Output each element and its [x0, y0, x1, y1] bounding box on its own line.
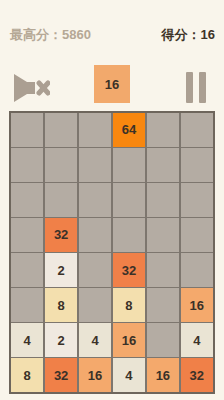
empty-cell [147, 113, 179, 147]
empty-cell [113, 148, 145, 182]
tile-2: 2 [45, 253, 77, 287]
empty-cell [147, 218, 179, 252]
high-score: 最高分：5860 [10, 26, 91, 44]
empty-cell [45, 148, 77, 182]
pause-icon [186, 72, 193, 103]
empty-cell [45, 113, 77, 147]
tile-16: 16 [181, 288, 213, 322]
empty-cell [79, 183, 111, 217]
tile-4: 4 [11, 323, 43, 357]
empty-cell [181, 113, 213, 147]
tile-16: 16 [113, 323, 145, 357]
empty-cell [79, 218, 111, 252]
tile-32: 32 [45, 358, 77, 392]
tile-4: 4 [79, 323, 111, 357]
high-score-label: 最高分： [10, 27, 62, 42]
empty-cell [147, 148, 179, 182]
empty-cell [45, 183, 77, 217]
empty-cell [11, 218, 43, 252]
tile-64: 64 [113, 113, 145, 147]
empty-cell [147, 323, 179, 357]
tile-4: 4 [181, 323, 213, 357]
tile-4: 4 [113, 358, 145, 392]
empty-cell [11, 148, 43, 182]
next-tile-value: 16 [105, 77, 119, 92]
tile-8: 8 [113, 288, 145, 322]
score-label: 得分： [162, 27, 201, 42]
empty-cell [11, 288, 43, 322]
tile-8: 8 [11, 358, 43, 392]
tile-32: 32 [181, 358, 213, 392]
score-value: 16 [201, 27, 215, 42]
pause-button[interactable] [186, 72, 206, 103]
speaker-muted-icon [14, 73, 50, 103]
mute-button[interactable] [14, 73, 50, 103]
board-grid: 643223288164241648321641632 [11, 113, 213, 392]
empty-cell [147, 288, 179, 322]
empty-cell [79, 113, 111, 147]
tile-32: 32 [45, 218, 77, 252]
game-board[interactable]: 643223288164241648321641632 [9, 111, 215, 394]
empty-cell [181, 183, 213, 217]
empty-cell [113, 218, 145, 252]
game-screen: 最高分：5860 得分：16 16 64322328816424164 [0, 0, 224, 400]
score-header: 最高分：5860 得分：16 [10, 26, 215, 44]
empty-cell [79, 148, 111, 182]
toolbar: 16 [0, 60, 224, 108]
empty-cell [113, 183, 145, 217]
high-score-value: 5860 [62, 27, 91, 42]
empty-cell [11, 253, 43, 287]
empty-cell [181, 148, 213, 182]
empty-cell [181, 218, 213, 252]
tile-16: 16 [79, 358, 111, 392]
next-tile-preview: 16 [94, 65, 130, 103]
empty-cell [79, 253, 111, 287]
tile-8: 8 [45, 288, 77, 322]
empty-cell [11, 183, 43, 217]
empty-cell [11, 113, 43, 147]
empty-cell [181, 253, 213, 287]
pause-icon [199, 72, 206, 103]
tile-32: 32 [113, 253, 145, 287]
empty-cell [147, 183, 179, 217]
empty-cell [79, 288, 111, 322]
tile-2: 2 [45, 323, 77, 357]
current-score: 得分：16 [162, 26, 215, 44]
tile-16: 16 [147, 358, 179, 392]
empty-cell [147, 253, 179, 287]
